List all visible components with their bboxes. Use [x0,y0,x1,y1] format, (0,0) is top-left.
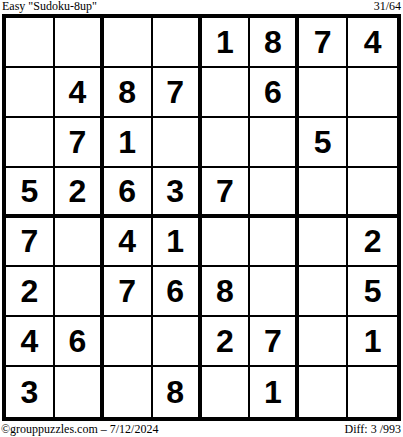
sudoku-board: 187448767155263774122768546271381 [2,14,401,421]
cell-r1c7[interactable]: 7 [299,18,348,68]
page-header: Easy "Sudoku-8up" 31/64 [2,0,401,13]
cell-r8c1[interactable]: 3 [6,367,55,417]
given-digit: 2 [364,225,382,257]
cell-r5c5[interactable] [202,218,251,268]
cell-r7c2[interactable]: 6 [55,317,104,367]
given-digit: 6 [118,175,136,207]
cell-r2c3[interactable]: 8 [104,68,153,118]
cell-r6c4[interactable]: 6 [153,267,202,317]
cell-r3c3[interactable]: 1 [104,118,153,168]
given-digit: 8 [216,275,234,307]
cell-r5c6[interactable] [250,218,299,268]
cell-r5c7[interactable] [299,218,348,268]
cell-r4c7[interactable] [299,168,348,218]
cell-r2c1[interactable] [6,68,55,118]
given-digit: 1 [216,26,234,58]
given-digit: 5 [21,175,39,207]
cell-r2c4[interactable]: 7 [153,68,202,118]
given-digit: 2 [68,175,86,207]
given-digit: 4 [21,325,39,357]
cell-r6c3[interactable]: 7 [104,267,153,317]
cell-r6c6[interactable] [250,267,299,317]
given-digit: 3 [166,175,184,207]
cell-r3c4[interactable] [153,118,202,168]
cell-r2c2[interactable]: 4 [55,68,104,118]
cell-r3c6[interactable] [250,118,299,168]
cell-r1c6[interactable]: 8 [250,18,299,68]
cell-r3c5[interactable] [202,118,251,168]
given-digit: 5 [314,126,332,158]
cell-r8c5[interactable] [202,367,251,417]
cell-r1c1[interactable] [6,18,55,68]
cell-r7c3[interactable] [104,317,153,367]
cell-r8c4[interactable]: 8 [153,367,202,417]
given-digit: 4 [118,225,136,257]
given-digit: 4 [68,76,86,108]
cell-r7c5[interactable]: 2 [202,317,251,367]
given-digit: 7 [264,325,282,357]
cell-r4c3[interactable]: 6 [104,168,153,218]
given-digit: 1 [264,376,282,408]
cell-r5c2[interactable] [55,218,104,268]
given-digit: 3 [21,376,39,408]
cell-r5c1[interactable]: 7 [6,218,55,268]
given-digit: 6 [166,275,184,307]
cell-r1c3[interactable] [104,18,153,68]
cell-r3c2[interactable]: 7 [55,118,104,168]
cell-r6c5[interactable]: 8 [202,267,251,317]
cell-r6c8[interactable]: 5 [348,267,397,317]
cell-r8c7[interactable] [299,367,348,417]
cell-r6c1[interactable]: 2 [6,267,55,317]
cell-r4c8[interactable] [348,168,397,218]
given-digit: 7 [314,26,332,58]
cell-r6c2[interactable] [55,267,104,317]
given-digit: 2 [216,325,234,357]
cell-r7c1[interactable]: 4 [6,317,55,367]
given-digit: 7 [21,225,39,257]
cell-r7c7[interactable] [299,317,348,367]
given-digit: 4 [364,26,382,58]
cell-r4c5[interactable]: 7 [202,168,251,218]
page-number: 31/64 [374,0,401,13]
cell-r3c1[interactable] [6,118,55,168]
given-digit: 1 [118,126,136,158]
cell-r1c5[interactable]: 1 [202,18,251,68]
cell-r5c3[interactable]: 4 [104,218,153,268]
cell-r1c4[interactable] [153,18,202,68]
cell-r4c6[interactable] [250,168,299,218]
given-digit: 7 [118,275,136,307]
cell-r7c6[interactable]: 7 [250,317,299,367]
cell-r2c7[interactable] [299,68,348,118]
copyright-date: ©grouppuzzles.com – 7/12/2024 [1,422,158,436]
cell-r5c8[interactable]: 2 [348,218,397,268]
given-digit: 5 [364,275,382,307]
given-digit: 8 [166,376,184,408]
given-digit: 1 [166,225,184,257]
cell-r3c8[interactable] [348,118,397,168]
puzzle-title: Easy "Sudoku-8up" [2,0,97,13]
cell-r7c8[interactable]: 1 [348,317,397,367]
cell-r7c4[interactable] [153,317,202,367]
cell-r4c2[interactable]: 2 [55,168,104,218]
given-digit: 7 [68,126,86,158]
given-digit: 8 [118,76,136,108]
cell-r2c5[interactable] [202,68,251,118]
given-digit: 8 [264,26,282,58]
given-digit: 1 [364,325,382,357]
difficulty-label: Diff: 3 /993 [345,422,401,436]
given-digit: 7 [216,175,234,207]
given-digit: 6 [264,76,282,108]
cell-r3c7[interactable]: 5 [299,118,348,168]
cell-r4c1[interactable]: 5 [6,168,55,218]
cell-r2c6[interactable]: 6 [250,68,299,118]
cell-r5c4[interactable]: 1 [153,218,202,268]
cell-r8c3[interactable] [104,367,153,417]
page-footer: ©grouppuzzles.com – 7/12/2024 Diff: 3 /9… [1,422,401,436]
cell-r1c2[interactable] [55,18,104,68]
given-digit: 2 [21,275,39,307]
cell-r8c6[interactable]: 1 [250,367,299,417]
cell-r8c2[interactable] [55,367,104,417]
cell-r4c4[interactable]: 3 [153,168,202,218]
cell-r1c8[interactable]: 4 [348,18,397,68]
cell-r6c7[interactable] [299,267,348,317]
given-digit: 6 [68,325,86,357]
cell-r8c8[interactable] [348,367,397,417]
given-digit: 7 [166,76,184,108]
cell-r2c8[interactable] [348,68,397,118]
